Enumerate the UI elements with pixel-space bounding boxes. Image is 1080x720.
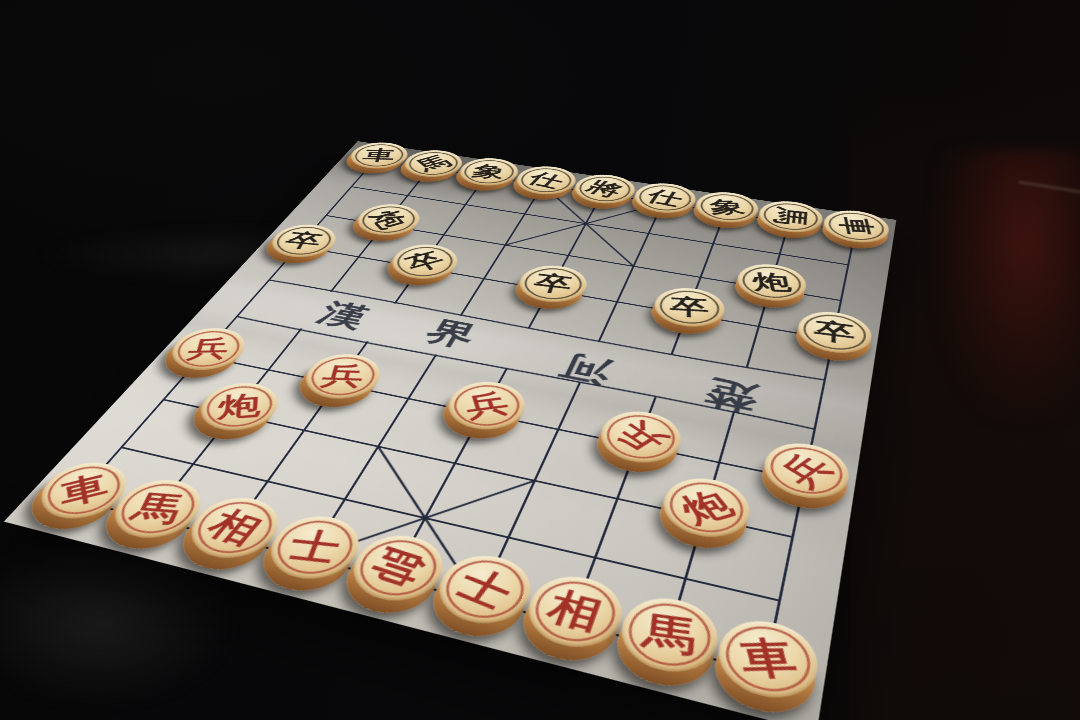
piece-black-chariot[interactable]: 車: [820, 207, 891, 247]
piece-character: 車: [821, 209, 893, 244]
piece-black-advisor[interactable]: 仕: [629, 180, 701, 217]
piece-character: 炮: [198, 380, 278, 433]
piece-black-elephant[interactable]: 象: [691, 189, 763, 227]
piece-red-horse[interactable]: 馬: [612, 590, 726, 682]
piece-black-soldier[interactable]: 卒: [511, 261, 594, 307]
piece-face: 象: [691, 189, 763, 227]
piece-face: 車: [820, 207, 891, 247]
background-shadow: [850, 0, 1080, 720]
piece-face: 炮: [732, 260, 810, 306]
piece-black-cannon[interactable]: 炮: [732, 260, 810, 306]
piece-character: 炮: [735, 264, 811, 302]
river-char-he: 河: [554, 349, 619, 392]
river-char-jie: 界: [418, 314, 484, 353]
piece-character: 卒: [514, 263, 592, 306]
piece-black-horse[interactable]: 馬: [755, 198, 826, 237]
piece-character: 兵: [300, 353, 385, 400]
piece-character: 兵: [166, 327, 249, 370]
river-char-han: 漢: [310, 297, 376, 335]
piece-black-soldier[interactable]: 卒: [648, 283, 730, 331]
piece-character: 象: [693, 192, 763, 222]
piece-face: 卒: [648, 283, 730, 331]
piece-character: 馬: [617, 593, 719, 678]
piece-character: 卒: [654, 286, 725, 328]
piece-character: 車: [711, 620, 827, 698]
piece-red-chariot[interactable]: 車: [711, 612, 823, 708]
river-char-chu: 楚: [699, 373, 764, 419]
piece-face: 車: [711, 612, 823, 708]
photo-scene: 漢 界 河 楚 車馬象仕將仕象馬車炮炮卒卒卒卒卒兵兵兵兵兵炮炮車馬相士帥士相馬車: [0, 0, 1080, 720]
